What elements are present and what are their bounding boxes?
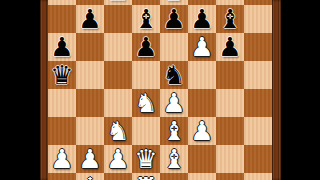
square-g3[interactable] bbox=[216, 117, 244, 145]
square-b2[interactable]: ♟ bbox=[76, 145, 104, 173]
square-h6[interactable] bbox=[244, 33, 272, 61]
square-a5[interactable]: ♛ bbox=[48, 61, 76, 89]
piece-white-pawn: ♟ bbox=[160, 89, 188, 117]
piece-white-pawn: ♟ bbox=[188, 33, 216, 61]
square-c6[interactable] bbox=[104, 33, 132, 61]
square-a1[interactable] bbox=[48, 173, 76, 180]
piece-black-queen: ♛ bbox=[48, 61, 76, 89]
square-f7[interactable]: ♟ bbox=[188, 5, 216, 33]
square-f6[interactable]: ♟ bbox=[188, 33, 216, 61]
square-c2[interactable]: ♟ bbox=[104, 145, 132, 173]
piece-white-pawn: ♟ bbox=[76, 145, 104, 173]
square-h5[interactable] bbox=[244, 61, 272, 89]
square-d1[interactable]: ♜ bbox=[132, 173, 160, 180]
piece-white-pawn: ♟ bbox=[188, 117, 216, 145]
right-black-margin bbox=[281, 0, 320, 180]
square-h2[interactable] bbox=[244, 145, 272, 173]
square-h1[interactable] bbox=[244, 173, 272, 180]
square-e5[interactable]: ♞ bbox=[160, 61, 188, 89]
square-a4[interactable] bbox=[48, 89, 76, 117]
square-e2[interactable]: ♝ bbox=[160, 145, 188, 173]
square-h7[interactable] bbox=[244, 5, 272, 33]
video-frame: ♜♚♟♝♟♟♝♟♟♟♟♛♞♞♟♞♝♟♟♟♟♛♝♚♜ bbox=[0, 0, 320, 180]
square-g7[interactable]: ♝ bbox=[216, 5, 244, 33]
square-b1[interactable]: ♚ bbox=[76, 173, 104, 180]
square-e7[interactable]: ♟ bbox=[160, 5, 188, 33]
square-e3[interactable]: ♝ bbox=[160, 117, 188, 145]
piece-white-pawn: ♟ bbox=[104, 145, 132, 173]
piece-white-queen: ♛ bbox=[132, 145, 160, 173]
board-frame-right bbox=[272, 0, 281, 180]
square-b5[interactable] bbox=[76, 61, 104, 89]
piece-black-pawn: ♟ bbox=[216, 33, 244, 61]
piece-black-pawn: ♟ bbox=[188, 5, 216, 33]
square-d2[interactable]: ♛ bbox=[132, 145, 160, 173]
piece-white-bishop: ♝ bbox=[160, 145, 188, 173]
square-d3[interactable] bbox=[132, 117, 160, 145]
square-e4[interactable]: ♟ bbox=[160, 89, 188, 117]
square-b7[interactable]: ♟ bbox=[76, 5, 104, 33]
square-c1[interactable] bbox=[104, 173, 132, 180]
square-a3[interactable] bbox=[48, 117, 76, 145]
left-black-margin bbox=[0, 0, 40, 180]
board-frame-left bbox=[40, 0, 48, 180]
piece-black-bishop: ♝ bbox=[216, 5, 244, 33]
square-g1[interactable] bbox=[216, 173, 244, 180]
piece-white-pawn: ♟ bbox=[48, 145, 76, 173]
square-c4[interactable] bbox=[104, 89, 132, 117]
square-h4[interactable] bbox=[244, 89, 272, 117]
square-b4[interactable] bbox=[76, 89, 104, 117]
square-b6[interactable] bbox=[76, 33, 104, 61]
square-a7[interactable] bbox=[48, 5, 76, 33]
square-d6[interactable]: ♟ bbox=[132, 33, 160, 61]
piece-white-knight: ♞ bbox=[104, 117, 132, 145]
piece-white-bishop: ♝ bbox=[160, 117, 188, 145]
square-f3[interactable]: ♟ bbox=[188, 117, 216, 145]
square-h3[interactable] bbox=[244, 117, 272, 145]
square-f2[interactable] bbox=[188, 145, 216, 173]
piece-black-knight: ♞ bbox=[160, 61, 188, 89]
square-d5[interactable] bbox=[132, 61, 160, 89]
piece-white-knight: ♞ bbox=[132, 89, 160, 117]
piece-white-king: ♚ bbox=[76, 173, 104, 180]
square-b3[interactable] bbox=[76, 117, 104, 145]
square-g5[interactable] bbox=[216, 61, 244, 89]
square-d4[interactable]: ♞ bbox=[132, 89, 160, 117]
square-f4[interactable] bbox=[188, 89, 216, 117]
square-g2[interactable] bbox=[216, 145, 244, 173]
square-a6[interactable]: ♟ bbox=[48, 33, 76, 61]
piece-black-pawn: ♟ bbox=[160, 5, 188, 33]
square-d7[interactable]: ♝ bbox=[132, 5, 160, 33]
square-e1[interactable] bbox=[160, 173, 188, 180]
piece-black-bishop: ♝ bbox=[132, 5, 160, 33]
square-c5[interactable] bbox=[104, 61, 132, 89]
square-f1[interactable] bbox=[188, 173, 216, 180]
square-e6[interactable] bbox=[160, 33, 188, 61]
square-c3[interactable]: ♞ bbox=[104, 117, 132, 145]
square-c7[interactable] bbox=[104, 5, 132, 33]
square-f5[interactable] bbox=[188, 61, 216, 89]
piece-black-pawn: ♟ bbox=[132, 33, 160, 61]
square-g4[interactable] bbox=[216, 89, 244, 117]
piece-white-rook: ♜ bbox=[132, 173, 160, 180]
chess-board: ♜♚♟♝♟♟♝♟♟♟♟♛♞♞♟♞♝♟♟♟♟♛♝♚♜ bbox=[48, 0, 272, 180]
piece-black-pawn: ♟ bbox=[76, 5, 104, 33]
square-a2[interactable]: ♟ bbox=[48, 145, 76, 173]
piece-black-pawn: ♟ bbox=[48, 33, 76, 61]
square-g6[interactable]: ♟ bbox=[216, 33, 244, 61]
